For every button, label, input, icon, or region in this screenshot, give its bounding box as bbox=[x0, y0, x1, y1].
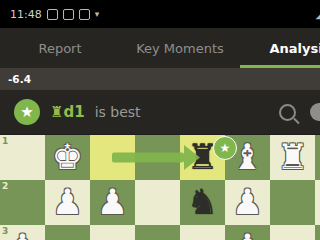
chevron-down-icon: ▾ bbox=[95, 9, 100, 19]
white-king-piece: ♚ bbox=[45, 135, 90, 180]
best-move-row: ★ ♜d1 is best bbox=[0, 90, 320, 135]
square-h1[interactable]: 1 bbox=[0, 135, 45, 180]
square-h2[interactable]: 2 bbox=[0, 180, 45, 225]
white-pawn-piece: ♟ bbox=[225, 225, 270, 240]
best-move-label: is best bbox=[95, 104, 141, 120]
square-e3[interactable] bbox=[135, 225, 180, 240]
square-e1[interactable] bbox=[135, 135, 180, 180]
tab-analysis[interactable]: Analysis bbox=[240, 28, 320, 68]
tab-report[interactable]: Report bbox=[0, 28, 120, 68]
clock-text: 11:48 bbox=[10, 8, 42, 21]
square-c3[interactable]: ♟ bbox=[225, 225, 270, 240]
search-icon[interactable] bbox=[279, 104, 296, 121]
square-f2[interactable]: ♟ bbox=[90, 180, 135, 225]
engine-toggle[interactable] bbox=[310, 103, 320, 121]
square-g2[interactable]: ♟ bbox=[45, 180, 90, 225]
white-rook-piece: ♜ bbox=[270, 135, 315, 180]
evaluation-bar: -6.4 bbox=[0, 68, 320, 90]
tab-key-moments[interactable]: Key Moments bbox=[120, 28, 240, 68]
square-a2[interactable] bbox=[315, 180, 320, 225]
chess-board: 1♚♜♝♜2♟♟♞♟3♟♟♞4♟♟56♞7♟♟♟♟8h♜gfedc♚b♝a ★ bbox=[0, 135, 320, 240]
notification-icon bbox=[79, 9, 90, 20]
square-g3[interactable] bbox=[45, 225, 90, 240]
white-pawn-piece: ♟ bbox=[225, 180, 270, 225]
rank-label: 1 bbox=[2, 136, 8, 146]
best-move-star-icon: ★ bbox=[14, 99, 40, 125]
square-d2[interactable]: ♞ bbox=[180, 180, 225, 225]
white-pawn-piece: ♟ bbox=[45, 180, 90, 225]
square-f3[interactable] bbox=[90, 225, 135, 240]
square-h3[interactable]: 3♟ bbox=[0, 225, 45, 240]
square-a3[interactable]: ♞ bbox=[315, 225, 320, 240]
square-b2[interactable] bbox=[270, 180, 315, 225]
square-g1[interactable]: ♚ bbox=[45, 135, 90, 180]
square-a1[interactable] bbox=[315, 135, 320, 180]
analysis-tab-bar: ReportKey MomentsAnalysis bbox=[0, 28, 320, 68]
status-bar: 11:48 ▾ ◢ ◥ bbox=[0, 0, 320, 28]
best-move-san: ♜d1 bbox=[50, 103, 85, 121]
best-move-badge-icon: ★ bbox=[213, 136, 237, 160]
cellular-icon: ◢ bbox=[316, 9, 320, 20]
white-knight-piece: ♞ bbox=[315, 225, 320, 240]
square-c2[interactable]: ♟ bbox=[225, 180, 270, 225]
notification-icon bbox=[63, 9, 74, 20]
white-pawn-piece: ♟ bbox=[0, 225, 45, 240]
square-b1[interactable]: ♜ bbox=[270, 135, 315, 180]
square-b3[interactable] bbox=[270, 225, 315, 240]
notification-icon bbox=[47, 9, 58, 20]
white-pawn-piece: ♟ bbox=[90, 180, 135, 225]
square-d3[interactable] bbox=[180, 225, 225, 240]
square-f1[interactable] bbox=[90, 135, 135, 180]
rank-label: 2 bbox=[2, 181, 8, 191]
black-knight-piece: ♞ bbox=[180, 180, 225, 225]
evaluation-score: -6.4 bbox=[0, 73, 31, 85]
square-e2[interactable] bbox=[135, 180, 180, 225]
chess-analysis-app: 11:48 ▾ ◢ ◥ ReportKey MomentsAnalysis -6… bbox=[0, 0, 320, 240]
